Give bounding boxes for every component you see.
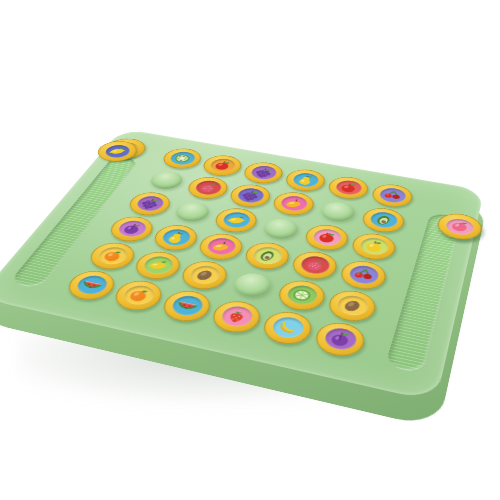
tile-face [347, 263, 381, 286]
tile-face [158, 227, 193, 247]
grapes-icon [136, 196, 163, 211]
product-photo-scene[interactable] [0, 0, 500, 500]
orange-icon [123, 285, 154, 304]
lychee-icon [301, 256, 329, 274]
grapes-icon [251, 166, 276, 180]
fruit-tile-lemon [94, 140, 139, 162]
fruit-tile-plum [311, 319, 369, 360]
orange-icon [98, 247, 128, 264]
tile-face [278, 194, 310, 212]
watermelon-icon [76, 275, 107, 294]
tile-face [368, 210, 399, 229]
dome-bump [260, 216, 302, 241]
mango-icon [207, 238, 235, 255]
pear-icon [293, 173, 318, 187]
cherry-icon [350, 265, 378, 283]
tile-face [187, 264, 223, 287]
kiwi-icon [190, 266, 220, 284]
avocado-icon [371, 212, 396, 228]
tile-face [207, 157, 238, 173]
tile-face [335, 293, 370, 317]
lemon-icon [143, 256, 173, 274]
peach-icon [446, 218, 473, 235]
tile-face [298, 254, 332, 276]
tile-face [290, 171, 320, 188]
tile-face [322, 326, 359, 353]
tile-face [310, 227, 343, 247]
dome-bump [318, 200, 358, 224]
tile-face [250, 245, 284, 266]
tile-face [248, 164, 279, 181]
board-wrap [38, 78, 462, 402]
fruit-tile-banana [258, 308, 316, 348]
fruit-tile-kiwi [324, 287, 379, 325]
plum-icon [325, 328, 355, 350]
tile-face [284, 283, 320, 307]
lychee-icon [195, 180, 221, 194]
lemon-icon [106, 146, 129, 157]
game-board [0, 128, 484, 402]
tile-face [192, 179, 224, 197]
dome-bump [146, 169, 187, 191]
dome-bump [230, 270, 275, 299]
tile-face [220, 210, 253, 229]
tile-face [333, 179, 363, 197]
dome-bump [171, 200, 213, 224]
apple-icon [210, 159, 235, 172]
tile-face [204, 236, 239, 257]
tile-face [103, 144, 131, 157]
kiwi-icon [338, 295, 367, 315]
banana-icon [272, 317, 303, 338]
tile-face [377, 186, 407, 204]
apple-icon [336, 180, 361, 194]
kiwi-slice-icon [170, 152, 195, 165]
tile-face [94, 245, 131, 266]
strawberry-icon [221, 306, 252, 326]
cherry-icon [380, 188, 404, 203]
tile-face [443, 216, 476, 237]
tile-face [140, 254, 177, 276]
grapes-icon [237, 188, 263, 203]
tile-face [167, 150, 198, 166]
plum-icon [118, 220, 147, 236]
pomegranate-icon [314, 229, 341, 246]
lime-slice-icon [287, 285, 316, 304]
tile-face [168, 293, 206, 317]
tile-face [269, 315, 307, 341]
tile-face [114, 219, 149, 239]
yellow-apple-icon [361, 238, 387, 255]
tile-face [120, 283, 158, 307]
watermelon-icon [172, 296, 203, 316]
tile-face [72, 273, 111, 296]
tile-face [234, 186, 266, 204]
pear-icon [162, 229, 190, 246]
tile-face [218, 304, 256, 329]
tile-face [358, 236, 390, 257]
tile-face [133, 194, 167, 212]
avocado-icon [253, 247, 281, 264]
mango-icon [281, 196, 307, 211]
lemon-icon [223, 212, 250, 228]
